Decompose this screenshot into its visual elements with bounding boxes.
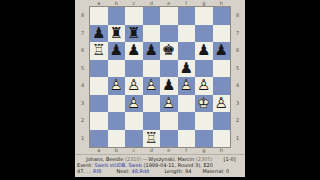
square-a1 xyxy=(90,130,108,148)
rank-label-4: 4 xyxy=(230,77,245,95)
material-label: Material: xyxy=(203,168,225,174)
next-move: 48.Rd4 xyxy=(131,168,149,174)
piece-white-pawn-e3: ♟♙ xyxy=(160,95,178,113)
square-a5 xyxy=(90,60,108,78)
square-a2 xyxy=(90,112,108,130)
rank-label-1: 1 xyxy=(75,130,90,148)
rank-label-2: 2 xyxy=(75,112,90,130)
square-e3: ♟♙ xyxy=(160,95,178,113)
file-labels-bottom: abcdefgh xyxy=(90,147,230,154)
square-a4 xyxy=(90,77,108,95)
square-c5 xyxy=(125,60,143,78)
square-d5 xyxy=(143,60,161,78)
file-label-d: d xyxy=(143,147,161,154)
rank-labels-left: 87654321 xyxy=(75,7,90,147)
rank-label-6: 6 xyxy=(230,42,245,60)
square-b8 xyxy=(108,7,126,25)
square-d4: ♟♙ xyxy=(143,77,161,95)
square-b2 xyxy=(108,112,126,130)
square-g6: ♟ xyxy=(195,42,213,60)
file-label-g: g xyxy=(195,0,213,7)
game-info-panel: Johans, Beedle (2310) -- Wyszynski, Marc… xyxy=(75,154,245,177)
file-label-g: g xyxy=(195,147,213,154)
rank-label-7: 7 xyxy=(75,25,90,43)
square-d1: ♜♖ xyxy=(143,130,161,148)
rank-label-8: 8 xyxy=(230,7,245,25)
rank-label-5: 5 xyxy=(75,60,90,78)
square-c2 xyxy=(125,112,143,130)
file-label-b: b xyxy=(108,147,126,154)
file-label-h: h xyxy=(213,147,231,154)
square-h4 xyxy=(213,77,231,95)
rank-label-5: 5 xyxy=(230,60,245,78)
rank-label-1: 1 xyxy=(230,130,245,148)
square-e5 xyxy=(160,60,178,78)
square-d3 xyxy=(143,95,161,113)
square-b7: ♜ xyxy=(108,25,126,43)
file-label-h: h xyxy=(213,0,231,7)
square-b5 xyxy=(108,60,126,78)
square-f1 xyxy=(178,130,196,148)
file-label-a: a xyxy=(90,147,108,154)
rank-label-2: 2 xyxy=(230,112,245,130)
rank-label-4: 4 xyxy=(75,77,90,95)
square-h2 xyxy=(213,112,231,130)
rank-label-8: 8 xyxy=(75,7,90,25)
piece-black-pawn-h6: ♟ xyxy=(213,42,231,60)
move-status-line: 47. ... Rf8 Next: 48.Rd4 Length: 94 Mate… xyxy=(75,168,245,174)
square-f3 xyxy=(178,95,196,113)
square-f2 xyxy=(178,112,196,130)
square-h5 xyxy=(213,60,231,78)
square-b3 xyxy=(108,95,126,113)
material-value: 0 xyxy=(226,168,229,174)
piece-black-pawn-e4: ♟ xyxy=(160,77,178,95)
piece-black-pawn-c6: ♟ xyxy=(125,42,143,60)
move-number: 47. xyxy=(77,168,85,174)
piece-white-pawn-f4: ♟♙ xyxy=(178,77,196,95)
piece-black-pawn-d6: ♟ xyxy=(143,42,161,60)
piece-white-pawn-g4: ♟♙ xyxy=(195,77,213,95)
rank-label-3: 3 xyxy=(230,95,245,113)
length-value: 94 xyxy=(185,168,191,174)
rank-label-6: 6 xyxy=(75,42,90,60)
game-result: [1-0] xyxy=(224,156,236,162)
square-h7 xyxy=(213,25,231,43)
square-c3: ♟♙ xyxy=(125,95,143,113)
square-e7 xyxy=(160,25,178,43)
file-label-c: c xyxy=(125,147,143,154)
square-h1 xyxy=(213,130,231,148)
piece-white-rook-d1: ♜♖ xyxy=(143,130,161,148)
square-a6: ♜♖ xyxy=(90,42,108,60)
square-d7 xyxy=(143,25,161,43)
square-h3: ♟♙ xyxy=(213,95,231,113)
square-d6: ♟ xyxy=(143,42,161,60)
square-a8 xyxy=(90,7,108,25)
file-label-e: e xyxy=(160,0,178,7)
square-e2 xyxy=(160,112,178,130)
rank-labels-right: 87654321 xyxy=(230,7,245,147)
chess-diagram-widget: abcdefgh 87654321 ♟♜♜♜♖♟♟♟♚♟♟♟♟♙♟♙♟♙♟♟♙♟… xyxy=(75,0,245,177)
file-labels-top: abcdefgh xyxy=(90,0,230,7)
square-e8 xyxy=(160,7,178,25)
file-label-f: f xyxy=(178,0,196,7)
square-g4: ♟♙ xyxy=(195,77,213,95)
file-label-f: f xyxy=(178,147,196,154)
square-g1 xyxy=(195,130,213,148)
piece-white-pawn-c3: ♟♙ xyxy=(125,95,143,113)
square-c8 xyxy=(125,7,143,25)
square-c7: ♜ xyxy=(125,25,143,43)
square-f6 xyxy=(178,42,196,60)
square-c1 xyxy=(125,130,143,148)
chess-board: ♟♜♜♜♖♟♟♟♚♟♟♟♟♙♟♙♟♙♟♟♙♟♙♟♙♟♙♚♔♟♙♜♖ xyxy=(90,7,230,147)
piece-black-pawn-g6: ♟ xyxy=(195,42,213,60)
square-c4: ♟♙ xyxy=(125,77,143,95)
square-a3 xyxy=(90,95,108,113)
piece-white-pawn-h3: ♟♙ xyxy=(213,95,231,113)
last-move: ... Rf8 xyxy=(87,168,102,174)
piece-white-king-g3: ♚♔ xyxy=(195,95,213,113)
square-b6: ♟ xyxy=(108,42,126,60)
file-label-e: e xyxy=(160,147,178,154)
rank-label-7: 7 xyxy=(230,25,245,43)
square-c6: ♟ xyxy=(125,42,143,60)
length-label: Length: xyxy=(164,168,183,174)
piece-white-rook-a6: ♜♖ xyxy=(90,42,108,60)
square-e4: ♟ xyxy=(160,77,178,95)
square-h6: ♟ xyxy=(213,42,231,60)
square-f5: ♟ xyxy=(178,60,196,78)
piece-white-pawn-d4: ♟♙ xyxy=(143,77,161,95)
square-e6: ♚ xyxy=(160,42,178,60)
square-g2 xyxy=(195,112,213,130)
square-f7 xyxy=(178,25,196,43)
piece-black-pawn-b6: ♟ xyxy=(108,42,126,60)
square-b4: ♟♙ xyxy=(108,77,126,95)
piece-white-pawn-b4: ♟♙ xyxy=(108,77,126,95)
piece-white-pawn-c4: ♟♙ xyxy=(125,77,143,95)
rank-label-3: 3 xyxy=(75,95,90,113)
square-g5 xyxy=(195,60,213,78)
file-label-a: a xyxy=(90,0,108,7)
piece-black-rook-b7: ♜ xyxy=(108,25,126,43)
square-b1 xyxy=(108,130,126,148)
file-label-c: c xyxy=(125,0,143,7)
file-label-b: b xyxy=(108,0,126,7)
file-label-d: d xyxy=(143,0,161,7)
square-g3: ♚♔ xyxy=(195,95,213,113)
square-d8 xyxy=(143,7,161,25)
square-h8 xyxy=(213,7,231,25)
square-g7 xyxy=(195,25,213,43)
square-f8 xyxy=(178,7,196,25)
piece-black-pawn-a7: ♟ xyxy=(90,25,108,43)
next-label: Next: xyxy=(117,168,130,174)
square-a7: ♟ xyxy=(90,25,108,43)
piece-black-king-e6: ♚ xyxy=(160,42,178,60)
piece-black-pawn-f5: ♟ xyxy=(178,60,196,78)
piece-black-rook-c7: ♜ xyxy=(125,25,143,43)
square-g8 xyxy=(195,7,213,25)
square-f4: ♟♙ xyxy=(178,77,196,95)
square-e1 xyxy=(160,130,178,148)
square-d2 xyxy=(143,112,161,130)
